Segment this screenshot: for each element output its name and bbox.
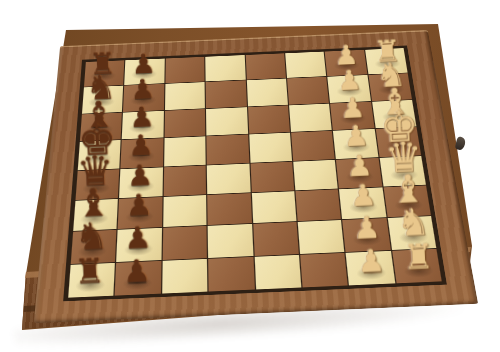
piece-white-pawn-f2[interactable]: ♟ bbox=[340, 93, 366, 122]
piece-white-pawn-c2[interactable]: ♟ bbox=[350, 180, 378, 211]
play-area: ♜♟♟♜♞♟♟♞♝♟♟♝♚♟♟♚♛♟♟♛♝♟♟♝♞♟♟♞♜♟♟♜ bbox=[66, 47, 445, 300]
square-h5[interactable] bbox=[205, 55, 245, 82]
square-e3[interactable] bbox=[291, 131, 335, 161]
piece-white-pawn-a2[interactable]: ♟ bbox=[357, 245, 386, 277]
square-a3[interactable] bbox=[300, 253, 348, 288]
piece-white-pawn-b2[interactable]: ♟ bbox=[353, 212, 381, 243]
square-a5[interactable] bbox=[208, 257, 254, 292]
chess-board: ♜♟♟♜♞♟♟♞♝♟♟♝♚♟♟♚♛♟♟♛♝♟♟♝♞♟♟♞♜♟♟♜ bbox=[34, 30, 478, 323]
square-d3[interactable] bbox=[293, 159, 338, 190]
square-f3[interactable] bbox=[289, 103, 332, 132]
piece-black-pawn-b7[interactable]: ♟ bbox=[123, 222, 151, 253]
square-d4[interactable] bbox=[250, 161, 294, 192]
piece-black-pawn-d7[interactable]: ♟ bbox=[126, 160, 153, 190]
piece-white-pawn-e2[interactable]: ♟ bbox=[343, 121, 370, 150]
square-g3[interactable] bbox=[287, 77, 329, 104]
square-f5[interactable] bbox=[206, 107, 248, 136]
piece-black-pawn-c7[interactable]: ♟ bbox=[125, 190, 153, 221]
square-f6[interactable] bbox=[164, 109, 205, 138]
board-perspective: ♜♟♟♜♞♟♟♞♝♟♟♝♚♟♟♚♛♟♟♛♝♟♟♝♞♟♟♞♜♟♟♜ bbox=[0, 0, 500, 352]
square-e4[interactable] bbox=[249, 133, 292, 163]
piece-black-pawn-a7[interactable]: ♟ bbox=[122, 255, 151, 287]
piece-black-rook-a8[interactable]: ♜ bbox=[73, 254, 105, 290]
piece-white-rook-a1[interactable]: ♜ bbox=[402, 239, 434, 275]
piece-white-pawn-d2[interactable]: ♟ bbox=[346, 150, 373, 180]
square-a6[interactable] bbox=[162, 259, 208, 294]
square-d6[interactable] bbox=[163, 165, 206, 196]
piece-black-pawn-f7[interactable]: ♟ bbox=[128, 102, 154, 131]
square-h4[interactable] bbox=[245, 53, 286, 80]
piece-black-pawn-e7[interactable]: ♟ bbox=[127, 130, 154, 159]
square-e5[interactable] bbox=[207, 135, 249, 165]
chess-set-photo: ♜♟♟♜♞♟♟♞♝♟♟♝♚♟♟♚♛♟♟♛♝♟♟♝♞♟♟♞♜♟♟♜ bbox=[0, 0, 500, 352]
square-f4[interactable] bbox=[248, 105, 290, 134]
square-d5[interactable] bbox=[207, 163, 250, 194]
square-e6[interactable] bbox=[164, 136, 206, 166]
square-a4[interactable] bbox=[254, 255, 301, 290]
